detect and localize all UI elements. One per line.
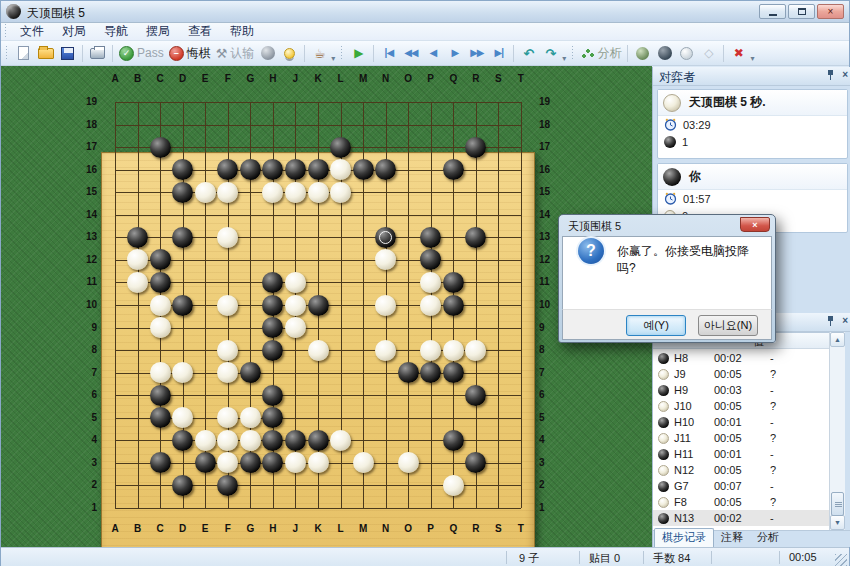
menu-item-2[interactable]: 导航: [95, 21, 137, 42]
coord-label: A: [109, 523, 121, 535]
resign-label: 认输: [230, 45, 254, 62]
no-button[interactable]: 아니요(N): [698, 315, 758, 336]
coord-label: 13: [81, 231, 97, 243]
coord-label: 12: [81, 254, 97, 266]
coord-label: L: [335, 73, 347, 85]
scroll-down-icon[interactable]: ▼: [830, 515, 845, 530]
print-icon: [90, 48, 105, 59]
stone-tool-dark-button[interactable]: [654, 43, 675, 64]
save-floppy-icon: [61, 47, 74, 60]
undo-move-icon: –: [169, 46, 184, 61]
coord-label: O: [402, 73, 414, 85]
move-row-H10[interactable]: H1000:01-: [653, 414, 829, 430]
toolbar-grip: [5, 46, 10, 61]
coord-label: K: [312, 523, 324, 535]
dialog-button-strip: 예(Y) 아니요(N): [562, 309, 772, 340]
stone-C11[interactable]: [150, 272, 171, 293]
stone-C7[interactable]: [150, 362, 171, 383]
status-time: 00:05: [789, 551, 817, 563]
stone-R13[interactable]: [465, 227, 486, 248]
toolbar-grip: [571, 46, 576, 61]
stone-D2[interactable]: [172, 475, 193, 496]
toolbar-grip: [340, 46, 345, 61]
open-file-button[interactable]: [35, 43, 56, 64]
minimize-button[interactable]: [759, 4, 786, 19]
move-coord: H9: [674, 384, 714, 396]
app-window: 天顶围棋 5 × 文件对局导航摆局查看帮助 ✓Pass –悔棋 ⚒认输 ☕ ▾ …: [0, 0, 850, 566]
coord-label: 15: [539, 186, 555, 198]
scrollbar-thumb[interactable]: [831, 492, 844, 516]
coord-label: N: [380, 73, 392, 85]
fast-forward-button[interactable]: ▶▶: [466, 43, 487, 64]
back-button[interactable]: ◀: [422, 43, 443, 64]
status-separator: [506, 551, 507, 564]
status-separator: [643, 551, 644, 564]
coord-label: 10: [539, 299, 555, 311]
new-file-icon: [18, 46, 29, 60]
rotate-right-icon: ↷: [545, 47, 556, 60]
stone-K8[interactable]: [308, 340, 329, 361]
stone-C12[interactable]: [150, 249, 171, 270]
stone-H6[interactable]: [262, 385, 283, 406]
coord-label: 2: [81, 479, 97, 491]
scroll-up-icon[interactable]: ▲: [830, 332, 845, 347]
move-coord: H8: [674, 352, 714, 364]
status-handicap: 9 子: [519, 551, 539, 566]
coord-label: 13: [539, 231, 555, 243]
dark-stone-tool-icon: [658, 46, 672, 60]
move-coord: N13: [674, 512, 714, 524]
stone-K15[interactable]: [308, 182, 329, 203]
stone-Q11[interactable]: [443, 272, 464, 293]
stone-G3[interactable]: [240, 452, 261, 473]
stone-M16[interactable]: [353, 159, 374, 180]
stone-Q2[interactable]: [443, 475, 464, 496]
tab-analysis[interactable]: 分析: [750, 529, 786, 547]
stone-R8[interactable]: [465, 340, 486, 361]
move-time: 00:07: [714, 480, 770, 492]
stone-K4[interactable]: [308, 430, 329, 451]
coord-label: R: [470, 523, 482, 535]
stone-D15[interactable]: [172, 182, 193, 203]
coord-label: E: [199, 73, 211, 85]
stone-P13[interactable]: [420, 227, 441, 248]
play-icon: ▶: [354, 47, 363, 59]
move-time: 00:02: [714, 512, 770, 524]
panel-close-icon[interactable]: ×: [842, 70, 848, 80]
print-button[interactable]: [87, 43, 108, 64]
coord-label: 16: [539, 164, 555, 176]
move-row-N12[interactable]: N1200:05?: [653, 462, 829, 478]
resign-hammer-icon: ⚒: [216, 46, 228, 61]
stone-G4[interactable]: [240, 430, 261, 451]
hint-button[interactable]: [279, 43, 300, 64]
menu-item-4[interactable]: 查看: [179, 21, 221, 42]
grid-line: [115, 395, 521, 396]
stone-tool-white-button[interactable]: [676, 43, 697, 64]
move-row-G7[interactable]: G700:07-: [653, 478, 829, 494]
menu-item-0[interactable]: 文件: [11, 21, 53, 42]
move-value: ?: [770, 464, 800, 476]
white-player-card: 天顶围棋 5 秒. 03:29 1: [657, 89, 848, 159]
count-button[interactable]: [257, 43, 278, 64]
tools-overflow-chevron[interactable]: ▾: [750, 54, 754, 63]
stone-F8[interactable]: [217, 340, 238, 361]
coord-label: J: [289, 73, 301, 85]
stone-B11[interactable]: [127, 272, 148, 293]
coord-label: 17: [81, 141, 97, 153]
toolbar-overflow-chevron[interactable]: ▾: [331, 54, 335, 63]
last-move-button[interactable]: ▶|: [488, 43, 509, 64]
stone-F13[interactable]: [217, 227, 238, 248]
coord-label: 8: [81, 344, 97, 356]
toolbar: ✓Pass –悔棋 ⚒认输 ☕ ▾ ▶ |◀ ◀◀ ◀ ▶ ▶▶ ▶| ↶ ↷ …: [1, 41, 849, 66]
stone-Q10[interactable]: [443, 295, 464, 316]
stone-C6[interactable]: [150, 385, 171, 406]
stone-L15[interactable]: [330, 182, 351, 203]
rotate-right-button[interactable]: ↷: [540, 43, 561, 64]
move-row-J10[interactable]: J1000:05?: [653, 398, 829, 414]
maximize-icon: [798, 8, 806, 15]
question-icon: ?: [576, 236, 606, 266]
stone-J15[interactable]: [285, 182, 306, 203]
stone-L17[interactable]: [330, 137, 351, 158]
stone-O3[interactable]: [398, 452, 419, 473]
coord-label: F: [222, 523, 234, 535]
white-move-stone-icon: [658, 433, 669, 444]
move-coord: J9: [674, 368, 714, 380]
coord-label: C: [154, 73, 166, 85]
app-icon: [6, 4, 21, 19]
white-move-stone-icon: [658, 401, 669, 412]
coord-label: B: [132, 523, 144, 535]
coord-label: 4: [539, 434, 555, 446]
pin-icon[interactable]: [826, 70, 835, 80]
stone-E15[interactable]: [195, 182, 216, 203]
move-coord: J11: [674, 432, 714, 444]
move-row-J9[interactable]: J900:05?: [653, 366, 829, 382]
coord-label: 2: [539, 479, 555, 491]
rotate-left-icon: ↶: [523, 47, 534, 60]
coord-label: Q: [447, 523, 459, 535]
stone-G16[interactable]: [240, 159, 261, 180]
menu-item-1[interactable]: 对局: [53, 21, 95, 42]
delete-button[interactable]: ✖: [728, 43, 749, 64]
move-value: -: [770, 352, 800, 364]
back-icon: ◀: [430, 48, 437, 58]
grid-line: [498, 102, 499, 508]
move-coord: N12: [674, 464, 714, 476]
captured-black-stone-icon: [664, 136, 676, 148]
stone-J10[interactable]: [285, 295, 306, 316]
resign-dialog: 天顶围棋 5 × ? 你赢了。你接受电脑投降吗? 예(Y) 아니요(N): [558, 214, 776, 343]
analyze-label: 分析: [597, 45, 621, 62]
move-coord: J10: [674, 400, 714, 412]
resign-button[interactable]: ⚒认输: [214, 43, 257, 64]
status-komi: 贴目 0: [589, 551, 620, 566]
fast-back-button[interactable]: ◀◀: [400, 43, 421, 64]
move-value: -: [770, 416, 800, 428]
stone-E3[interactable]: [195, 452, 216, 473]
menu-bar: 文件对局导航摆局查看帮助: [1, 23, 849, 41]
move-time: 00:01: [714, 416, 770, 428]
move-value: ?: [770, 400, 800, 412]
stone-N8[interactable]: [375, 340, 396, 361]
move-row-H8[interactable]: H800:02-: [653, 350, 829, 366]
move-row-H11[interactable]: H1100:01-: [653, 446, 829, 462]
stone-N10[interactable]: [375, 295, 396, 316]
black-move-stone-icon: [658, 385, 669, 396]
players-panel-header: 对弈者 ×: [653, 67, 850, 86]
break-button[interactable]: ☕: [309, 43, 330, 64]
move-time: 00:05: [714, 496, 770, 508]
move-row-J11[interactable]: J1100:05?: [653, 430, 829, 446]
stone-B13[interactable]: [127, 227, 148, 248]
stone-P8[interactable]: [420, 340, 441, 361]
pass-button[interactable]: ✓Pass: [117, 43, 166, 64]
move-value: -: [770, 480, 800, 492]
black-move-stone-icon: [658, 513, 669, 524]
black-move-stone-icon: [658, 417, 669, 428]
panel-close-icon[interactable]: ×: [842, 316, 848, 326]
toolbar-separator: [82, 45, 83, 62]
coord-label: L: [335, 523, 347, 535]
menu-item-3[interactable]: 摆局: [137, 21, 179, 42]
move-table: 值 H800:02-J900:05?H900:03-J1000:05?H1000…: [653, 332, 829, 530]
nav-overflow-chevron[interactable]: ▾: [562, 54, 566, 63]
players-panel-title: 对弈者: [659, 70, 695, 84]
move-time: 00:02: [714, 352, 770, 364]
move-time: 00:05: [714, 464, 770, 476]
stone-H15[interactable]: [262, 182, 283, 203]
coord-label: M: [357, 523, 369, 535]
stone-J4[interactable]: [285, 430, 306, 451]
move-row-H9[interactable]: H900:03-: [653, 382, 829, 398]
delete-x-icon: ✖: [734, 47, 744, 59]
white-player-name: 天顶围棋 5 秒.: [689, 94, 766, 111]
white-stone-tool-icon: [680, 47, 693, 60]
stone-J9[interactable]: [285, 317, 306, 338]
coord-label: 3: [81, 457, 97, 469]
coord-label: 6: [539, 389, 555, 401]
minimize-icon: [769, 14, 777, 16]
hint-bulb-icon: [284, 48, 295, 59]
coord-label: 11: [81, 276, 97, 288]
tab-comments[interactable]: 注释: [714, 529, 750, 547]
undo-move-button[interactable]: –悔棋: [167, 43, 213, 64]
stone-P11[interactable]: [420, 272, 441, 293]
forward-icon: ▶: [452, 48, 459, 58]
forward-button[interactable]: ▶: [444, 43, 465, 64]
analyze-button[interactable]: 分析: [579, 43, 623, 64]
move-value: -: [770, 512, 800, 524]
stone-K10[interactable]: [308, 295, 329, 316]
toolbar-separator: [373, 45, 374, 62]
fast-back-icon: ◀◀: [404, 48, 417, 58]
black-player-name: 你: [689, 168, 701, 185]
white-move-stone-icon: [658, 465, 669, 476]
analysis-chart-icon: [581, 47, 594, 59]
stone-tool-black-button[interactable]: [632, 43, 653, 64]
coord-label: F: [222, 73, 234, 85]
stone-D4[interactable]: [172, 430, 193, 451]
count-stone-icon: [261, 46, 275, 60]
stone-D13[interactable]: [172, 227, 193, 248]
stone-Q8[interactable]: [443, 340, 464, 361]
grid-line: [115, 328, 521, 329]
dialog-title: 天顶围棋 5: [568, 219, 621, 234]
coord-label: 7: [539, 367, 555, 379]
move-row-F8[interactable]: F800:05?: [653, 494, 829, 510]
coord-label: 14: [539, 209, 555, 221]
stone-O7[interactable]: [398, 362, 419, 383]
stone-Q7[interactable]: [443, 362, 464, 383]
coord-label: H: [267, 73, 279, 85]
window-title: 天顶围棋 5: [27, 5, 85, 22]
stone-K16[interactable]: [308, 159, 329, 180]
stone-Q16[interactable]: [443, 159, 464, 180]
coord-label: P: [425, 523, 437, 535]
black-move-stone-icon: [658, 449, 669, 460]
black-time: 01:57: [683, 193, 711, 205]
coord-label: S: [492, 73, 504, 85]
move-coord: G7: [674, 480, 714, 492]
coord-label: O: [402, 523, 414, 535]
stone-L4[interactable]: [330, 430, 351, 451]
coord-label: 14: [81, 209, 97, 221]
stone-C5[interactable]: [150, 407, 171, 428]
stone-P10[interactable]: [420, 295, 441, 316]
stone-C9[interactable]: [150, 317, 171, 338]
move-list-scrollbar[interactable]: ▲ ▼: [829, 332, 845, 530]
move-coord: H11: [674, 448, 714, 460]
tab-move-record[interactable]: 棋步记录: [654, 528, 714, 547]
toolbar-separator: [627, 45, 628, 62]
coord-label: 1: [81, 502, 97, 514]
coord-label: S: [492, 523, 504, 535]
stone-C10[interactable]: [150, 295, 171, 316]
stone-G5[interactable]: [240, 407, 261, 428]
white-captures: 1: [682, 136, 688, 148]
status-separator: [579, 551, 580, 564]
play-button[interactable]: ▶: [348, 43, 369, 64]
coord-label: 18: [539, 119, 555, 131]
stone-J11[interactable]: [285, 272, 306, 293]
stone-E4[interactable]: [195, 430, 216, 451]
coord-label: D: [177, 523, 189, 535]
stone-Q4[interactable]: [443, 430, 464, 451]
eraser-button[interactable]: ◇: [698, 43, 719, 64]
menu-grip: [4, 24, 9, 39]
resize-grip[interactable]: [835, 554, 847, 566]
coord-label: 17: [539, 141, 555, 153]
close-button[interactable]: ×: [817, 4, 844, 19]
grid-line: [115, 508, 521, 509]
coord-label: 9: [539, 322, 555, 334]
eraser-diamond-icon: ◇: [704, 47, 713, 59]
save-button[interactable]: [57, 43, 78, 64]
coord-label: 18: [81, 119, 97, 131]
move-time: 00:05: [714, 368, 770, 380]
stone-M3[interactable]: [353, 452, 374, 473]
stone-C17[interactable]: [150, 137, 171, 158]
coord-label: 19: [81, 96, 97, 108]
stone-F10[interactable]: [217, 295, 238, 316]
black-stone-tool-icon: [636, 47, 649, 60]
dialog-close-button[interactable]: ×: [740, 217, 770, 232]
move-coord: H10: [674, 416, 714, 428]
grid-line: [476, 102, 477, 508]
white-time: 03:29: [683, 119, 711, 131]
coord-label: H: [267, 523, 279, 535]
stone-N13[interactable]: [375, 227, 396, 248]
move-value: -: [770, 384, 800, 396]
black-move-stone-icon: [658, 481, 669, 492]
status-move-count: 手数 84: [653, 551, 690, 566]
stone-G7[interactable]: [240, 362, 261, 383]
move-time: 00:01: [714, 448, 770, 460]
rotate-left-button[interactable]: ↶: [518, 43, 539, 64]
fast-forward-icon: ▶▶: [470, 48, 483, 58]
first-move-icon: |◀: [385, 48, 394, 58]
stone-F4[interactable]: [217, 430, 238, 451]
move-row-N13[interactable]: N1300:02-: [653, 510, 829, 526]
coord-label: 6: [81, 389, 97, 401]
coord-label: N: [380, 523, 392, 535]
stone-D10[interactable]: [172, 295, 193, 316]
status-separator: [711, 551, 712, 564]
toolbar-separator: [304, 45, 305, 62]
toolbar-separator: [513, 45, 514, 62]
first-move-button[interactable]: |◀: [378, 43, 399, 64]
last-move-marker: [379, 231, 392, 244]
stone-R17[interactable]: [465, 137, 486, 158]
coord-label: C: [154, 523, 166, 535]
coord-label: K: [312, 73, 324, 85]
move-time: 00:03: [714, 384, 770, 396]
white-move-stone-icon: [658, 497, 669, 508]
pass-icon: ✓: [119, 46, 134, 61]
stone-C3[interactable]: [150, 452, 171, 473]
stone-H8[interactable]: [262, 340, 283, 361]
stone-K3[interactable]: [308, 452, 329, 473]
coord-label: P: [425, 73, 437, 85]
coord-label: T: [515, 523, 527, 535]
move-time: 00:05: [714, 432, 770, 444]
stone-J16[interactable]: [285, 159, 306, 180]
stone-H10[interactable]: [262, 295, 283, 316]
stone-F15[interactable]: [217, 182, 238, 203]
coord-label: 12: [539, 254, 555, 266]
menu-item-5[interactable]: 帮助: [221, 21, 263, 42]
coord-label: G: [244, 73, 256, 85]
pin-icon[interactable]: [826, 316, 835, 326]
coord-label: 5: [81, 412, 97, 424]
yes-button[interactable]: 예(Y): [626, 315, 686, 336]
coord-label: E: [199, 523, 211, 535]
clock-icon: [664, 118, 677, 131]
stone-R6[interactable]: [465, 385, 486, 406]
grid-line: [521, 102, 522, 508]
new-file-button[interactable]: [13, 43, 34, 64]
title-bar: 天顶围棋 5 ×: [1, 1, 849, 23]
last-move-icon: ▶|: [495, 48, 504, 58]
coord-label: 8: [539, 344, 555, 356]
coord-label: 4: [81, 434, 97, 446]
coord-label: 5: [539, 412, 555, 424]
coord-label: T: [515, 73, 527, 85]
maximize-button[interactable]: [788, 4, 815, 19]
